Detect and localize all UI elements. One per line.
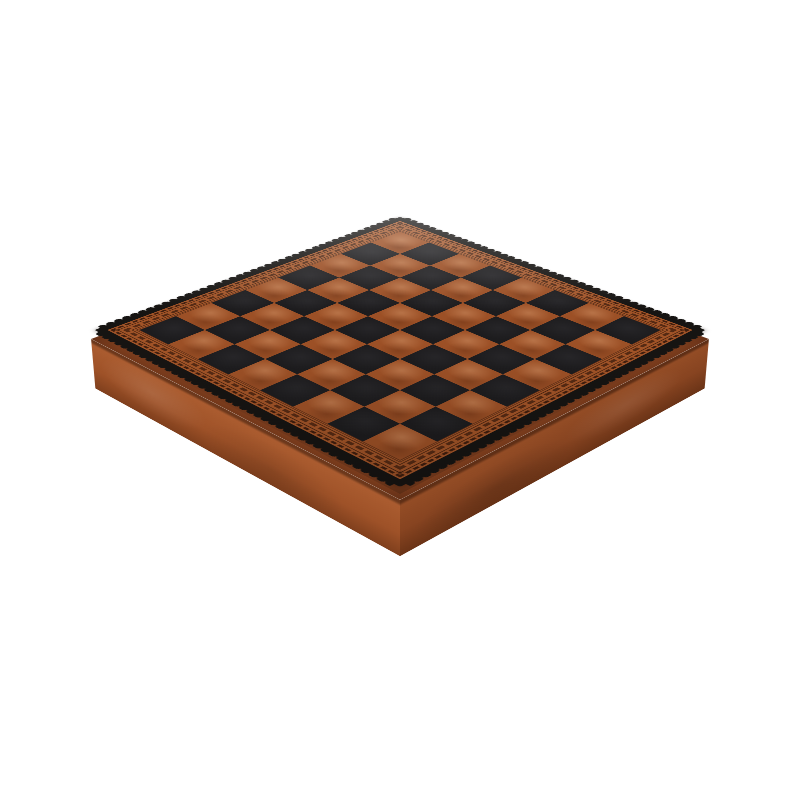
square-c1 <box>198 344 265 374</box>
square-b1 <box>168 330 234 359</box>
square-d2 <box>265 344 332 374</box>
square-g6 <box>499 330 565 359</box>
perspective-viewport: ✳ ✳ ✳ ✳ <box>0 0 800 800</box>
square-g5 <box>467 344 534 374</box>
square-e3 <box>333 344 400 374</box>
square-g1 <box>327 407 400 442</box>
square-f4 <box>400 344 467 374</box>
square-d3 <box>301 330 367 359</box>
square-f5 <box>433 330 499 359</box>
square-f2 <box>330 374 400 406</box>
square-g2 <box>364 390 435 424</box>
square-h2 <box>400 407 473 442</box>
square-d1 <box>228 359 297 390</box>
corner-rosette-icon: ✳ <box>389 467 411 478</box>
square-e2 <box>297 359 366 390</box>
square-c2 <box>235 330 301 359</box>
square-f3 <box>366 359 435 390</box>
square-f1 <box>293 390 364 424</box>
square-h1 <box>363 424 437 460</box>
square-e4 <box>367 330 433 359</box>
square-h3 <box>436 390 507 424</box>
square-g3 <box>400 374 470 406</box>
square-g4 <box>434 359 503 390</box>
square-h4 <box>470 374 540 406</box>
square-h6 <box>535 344 602 374</box>
product-photo: ✳ ✳ ✳ ✳ <box>0 0 800 800</box>
chess-board: ✳ ✳ ✳ ✳ <box>95 217 706 487</box>
square-h5 <box>503 359 572 390</box>
square-e1 <box>260 374 330 406</box>
square-h7 <box>565 330 631 359</box>
